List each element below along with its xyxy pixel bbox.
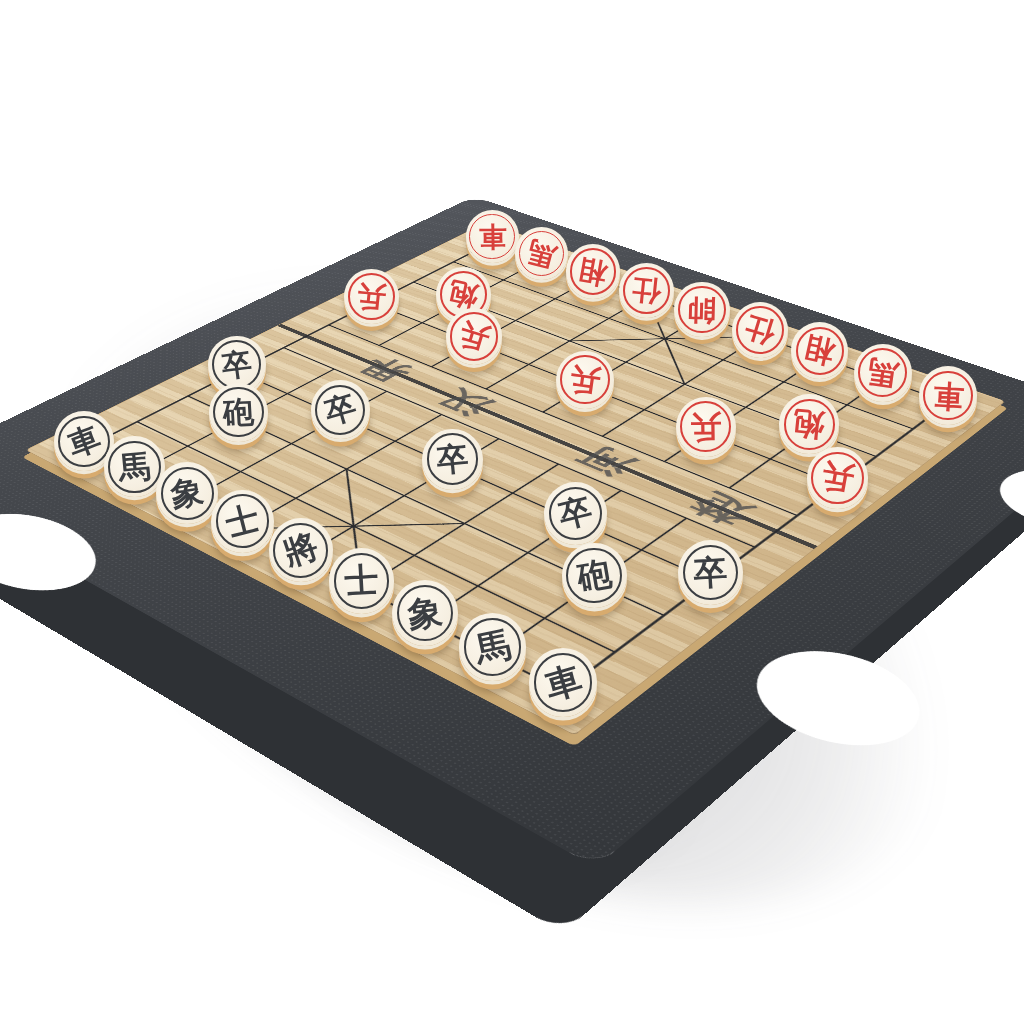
piece-character: 砲 (557, 538, 632, 613)
piece-black-elephant[interactable]: 象 (392, 580, 458, 646)
piece-black-soldier[interactable]: 卒 (311, 380, 370, 439)
piece-black-cannon[interactable]: 砲 (209, 383, 268, 442)
piece-red-horse[interactable]: 馬 (854, 344, 912, 402)
piece-character: 相 (562, 240, 625, 303)
piece-character: 帥 (674, 281, 731, 338)
piece-red-horse[interactable]: 馬 (515, 227, 569, 281)
piece-character: 兵 (802, 442, 874, 514)
piece-black-general[interactable]: 將 (269, 518, 333, 582)
piece-character: 馬 (452, 607, 532, 687)
piece-character: 兵 (552, 347, 618, 413)
piece-red-soldier[interactable]: 兵 (446, 308, 503, 365)
piece-character: 相 (786, 317, 854, 385)
piece-character: 士 (327, 547, 396, 616)
piece-character: 兵 (675, 396, 736, 457)
piece-red-soldier[interactable]: 兵 (344, 269, 399, 324)
piece-character: 砲 (207, 381, 270, 444)
piece-character: 車 (520, 640, 605, 725)
piece-red-elephant[interactable]: 相 (566, 244, 620, 298)
piece-red-soldier[interactable]: 兵 (676, 397, 736, 457)
piece-character: 車 (465, 209, 519, 263)
piece-red-chariot[interactable]: 車 (466, 210, 519, 263)
piece-black-soldier[interactable]: 卒 (678, 540, 743, 605)
piece-red-elephant[interactable]: 相 (791, 322, 848, 379)
piece-black-chariot[interactable]: 車 (529, 648, 598, 717)
piece-character: 兵 (342, 266, 402, 326)
piece-character: 仕 (725, 295, 795, 365)
piece-character: 車 (917, 364, 979, 426)
piece-red-advisor[interactable]: 仕 (732, 302, 788, 358)
piece-black-soldier[interactable]: 卒 (544, 482, 607, 545)
piece-character: 仕 (616, 260, 676, 320)
piece-character: 卒 (537, 475, 613, 551)
piece-red-soldier[interactable]: 兵 (807, 447, 869, 509)
piece-black-soldier[interactable]: 卒 (422, 429, 483, 490)
product-photo-scene: 界汉河楚 車馬相仕帥仕相馬車炮炮兵兵兵兵兵卒卒卒卒卒砲砲車馬象士將士象馬車 (0, 0, 1024, 1024)
piece-red-advisor[interactable]: 仕 (619, 263, 674, 318)
piece-character: 象 (388, 576, 462, 650)
piece-red-chariot[interactable]: 車 (919, 366, 978, 425)
piece-character: 卒 (676, 538, 744, 606)
piece-red-general[interactable]: 帥 (674, 282, 730, 338)
piece-character: 馬 (850, 340, 915, 405)
piece-character: 卒 (303, 373, 376, 446)
piece-red-soldier[interactable]: 兵 (556, 351, 614, 409)
piece-black-cannon[interactable]: 砲 (562, 543, 627, 608)
piece-black-horse[interactable]: 馬 (459, 613, 527, 681)
piece-black-advisor[interactable]: 士 (329, 548, 394, 613)
piece-character: 卒 (419, 426, 485, 492)
pieces-layer: 車馬相仕帥仕相馬車炮炮兵兵兵兵兵卒卒卒卒卒砲砲車馬象士將士象馬車 (0, 0, 1024, 1024)
